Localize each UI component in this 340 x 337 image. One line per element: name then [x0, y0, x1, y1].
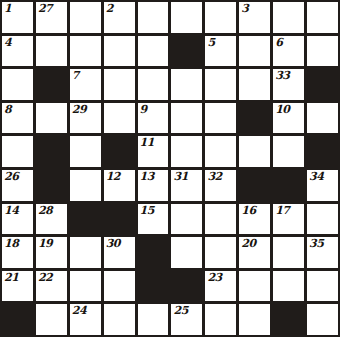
white-cell[interactable]: 24: [70, 304, 101, 335]
clue-number: 22: [38, 272, 52, 284]
black-cell: [138, 237, 169, 268]
clue-number: 26: [4, 171, 18, 183]
black-cell: [36, 136, 67, 167]
black-cell: [307, 69, 338, 100]
white-cell[interactable]: [104, 271, 135, 302]
white-cell[interactable]: [273, 271, 304, 302]
white-cell[interactable]: [205, 237, 236, 268]
clue-number: 31: [173, 171, 187, 183]
white-cell[interactable]: [205, 136, 236, 167]
white-cell[interactable]: 8: [2, 103, 33, 134]
clue-number: 32: [207, 171, 221, 183]
white-cell[interactable]: [171, 103, 202, 134]
clue-number: 2: [106, 3, 113, 15]
white-cell[interactable]: [239, 36, 270, 67]
black-cell: [2, 304, 33, 335]
white-cell[interactable]: [273, 136, 304, 167]
black-cell: [273, 304, 304, 335]
white-cell[interactable]: 7: [70, 69, 101, 100]
white-cell[interactable]: [307, 36, 338, 67]
clue-number: 17: [275, 205, 289, 217]
white-cell[interactable]: [104, 304, 135, 335]
clue-number: 15: [140, 205, 154, 217]
white-cell[interactable]: 33: [273, 69, 304, 100]
white-cell[interactable]: 28: [36, 204, 67, 235]
black-cell: [239, 103, 270, 134]
clue-number: 4: [4, 37, 11, 49]
white-cell[interactable]: 10: [273, 103, 304, 134]
white-cell[interactable]: 1: [2, 2, 33, 33]
white-cell[interactable]: 17: [273, 204, 304, 235]
white-cell[interactable]: [36, 103, 67, 134]
white-cell[interactable]: 16: [239, 204, 270, 235]
white-cell[interactable]: 30: [104, 237, 135, 268]
white-cell[interactable]: [205, 103, 236, 134]
white-cell[interactable]: [70, 36, 101, 67]
white-cell[interactable]: [171, 136, 202, 167]
crossword-grid: 1272345673382991011261213313234142815161…: [0, 0, 340, 337]
white-cell[interactable]: 13: [138, 170, 169, 201]
white-cell[interactable]: [239, 304, 270, 335]
white-cell[interactable]: [307, 2, 338, 33]
clue-number: 9: [140, 104, 147, 116]
clue-number: 21: [4, 272, 18, 284]
white-cell[interactable]: [307, 204, 338, 235]
clue-number: 16: [241, 205, 255, 217]
clue-number: 19: [38, 238, 52, 250]
white-cell[interactable]: [205, 69, 236, 100]
white-cell[interactable]: [2, 136, 33, 167]
black-cell: [273, 170, 304, 201]
clue-number: 10: [275, 104, 289, 116]
white-cell[interactable]: 29: [70, 103, 101, 134]
white-cell[interactable]: [104, 103, 135, 134]
white-cell[interactable]: 25: [171, 304, 202, 335]
clue-number: 33: [275, 70, 289, 82]
black-cell: [104, 204, 135, 235]
clue-number: 6: [275, 37, 282, 49]
white-cell[interactable]: [104, 69, 135, 100]
white-cell[interactable]: 23: [205, 271, 236, 302]
white-cell[interactable]: 31: [171, 170, 202, 201]
clue-number: 28: [38, 205, 52, 217]
white-cell[interactable]: 35: [307, 237, 338, 268]
white-cell[interactable]: [307, 103, 338, 134]
white-cell[interactable]: [171, 2, 202, 33]
white-cell[interactable]: [138, 2, 169, 33]
clue-number: 25: [173, 305, 187, 317]
black-cell: [104, 136, 135, 167]
black-cell: [171, 36, 202, 67]
clue-number: 35: [309, 238, 323, 250]
white-cell[interactable]: [70, 136, 101, 167]
black-cell: [138, 271, 169, 302]
white-cell[interactable]: [205, 2, 236, 33]
white-cell[interactable]: [307, 271, 338, 302]
white-cell[interactable]: 20: [239, 237, 270, 268]
white-cell[interactable]: [70, 170, 101, 201]
clue-number: 27: [38, 3, 52, 15]
white-cell[interactable]: [138, 304, 169, 335]
clue-number: 14: [4, 205, 18, 217]
white-cell[interactable]: [2, 69, 33, 100]
white-cell[interactable]: [70, 271, 101, 302]
clue-number: 20: [241, 238, 255, 250]
black-cell: [171, 271, 202, 302]
white-cell[interactable]: 14: [2, 204, 33, 235]
white-cell[interactable]: [36, 36, 67, 67]
white-cell[interactable]: 19: [36, 237, 67, 268]
clue-number: 18: [4, 238, 18, 250]
white-cell[interactable]: [307, 304, 338, 335]
white-cell[interactable]: 6: [273, 36, 304, 67]
white-cell[interactable]: 32: [205, 170, 236, 201]
clue-number: 29: [72, 104, 86, 116]
white-cell[interactable]: 26: [2, 170, 33, 201]
black-cell: [307, 136, 338, 167]
white-cell[interactable]: [239, 136, 270, 167]
white-cell[interactable]: 9: [138, 103, 169, 134]
white-cell[interactable]: [273, 237, 304, 268]
white-cell[interactable]: [239, 271, 270, 302]
white-cell[interactable]: [36, 304, 67, 335]
clue-number: 34: [309, 171, 323, 183]
clue-number: 11: [140, 137, 154, 149]
clue-number: 3: [241, 3, 248, 15]
white-cell[interactable]: 15: [138, 204, 169, 235]
white-cell[interactable]: 4: [2, 36, 33, 67]
white-cell[interactable]: 3: [239, 2, 270, 33]
white-cell[interactable]: 21: [2, 271, 33, 302]
white-cell[interactable]: [171, 204, 202, 235]
white-cell[interactable]: 34: [307, 170, 338, 201]
clue-number: 24: [72, 305, 86, 317]
white-cell[interactable]: [205, 304, 236, 335]
black-cell: [70, 204, 101, 235]
black-cell: [36, 170, 67, 201]
white-cell[interactable]: [70, 2, 101, 33]
clue-number: 30: [106, 238, 120, 250]
clue-number: 1: [4, 3, 11, 15]
black-cell: [36, 69, 67, 100]
white-cell[interactable]: [138, 69, 169, 100]
white-cell[interactable]: 22: [36, 271, 67, 302]
white-cell[interactable]: 2: [104, 2, 135, 33]
white-cell[interactable]: 18: [2, 237, 33, 268]
white-cell[interactable]: 5: [205, 36, 236, 67]
white-cell[interactable]: 12: [104, 170, 135, 201]
clue-number: 23: [207, 272, 221, 284]
white-cell[interactable]: [104, 36, 135, 67]
clue-number: 7: [72, 70, 79, 82]
clue-number: 13: [140, 171, 154, 183]
white-cell[interactable]: 11: [138, 136, 169, 167]
clue-number: 12: [106, 171, 120, 183]
white-cell[interactable]: [273, 2, 304, 33]
white-cell[interactable]: [138, 36, 169, 67]
white-cell[interactable]: [239, 69, 270, 100]
white-cell[interactable]: [171, 69, 202, 100]
clue-number: 8: [4, 104, 11, 116]
white-cell[interactable]: [205, 204, 236, 235]
white-cell[interactable]: 27: [36, 2, 67, 33]
clue-number: 5: [207, 37, 214, 49]
white-cell[interactable]: [171, 237, 202, 268]
white-cell[interactable]: [70, 237, 101, 268]
black-cell: [239, 170, 270, 201]
